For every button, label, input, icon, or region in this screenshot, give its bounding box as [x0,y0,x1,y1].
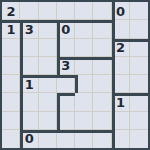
cell-r4c3-region-G[interactable] [57,75,75,93]
cell-r5c7-region-J[interactable] [130,93,148,111]
cell-r5c4-region-F[interactable] [75,93,93,111]
cell-r6c3-region-F[interactable] [57,112,75,130]
clue-number: 1 [116,95,125,110]
cell-r5c0-region-C[interactable] [2,93,20,111]
clue-number: 2 [7,4,16,19]
cell-r4c2-region-G[interactable] [39,75,57,93]
cell-r0c2-region-A[interactable] [39,2,57,20]
clue-number: 2 [116,40,125,55]
cell-r3c6-region-I[interactable] [112,57,130,75]
cell-r6c5-region-F[interactable] [93,112,111,130]
cell-r5c1-region-G[interactable] [20,93,38,111]
cell-r7c0-region-C[interactable] [2,130,20,148]
clue-number: 3 [25,22,34,37]
cell-r3c4-region-F[interactable] [75,57,93,75]
clue-number: 3 [61,58,70,73]
cell-r7c6-region-J[interactable] [112,130,130,148]
cell-r4c0-region-C[interactable] [2,75,20,93]
cell-r3c2-region-D[interactable] [39,57,57,75]
cell-r3c7-region-I[interactable] [130,57,148,75]
cell-r1c1-region-D[interactable]: 3 [20,20,38,38]
clue-number: 0 [116,4,125,19]
cell-r0c3-region-A[interactable] [57,2,75,20]
cell-r2c5-region-E[interactable] [93,39,111,57]
cell-r4c7-region-I[interactable] [130,75,148,93]
clue-number: 0 [61,22,70,37]
cell-r2c0-region-C[interactable] [2,39,20,57]
cell-r5c5-region-F[interactable] [93,93,111,111]
cell-r2c4-region-E[interactable] [75,39,93,57]
cell-r0c4-region-A[interactable] [75,2,93,20]
cell-r2c2-region-D[interactable] [39,39,57,57]
cell-r6c7-region-J[interactable] [130,112,148,130]
cell-r6c1-region-G[interactable] [20,112,38,130]
cell-r0c6-region-B[interactable]: 0 [112,2,130,20]
cell-r6c0-region-C[interactable] [2,112,20,130]
clue-number: 1 [25,77,34,92]
clue-number: 1 [7,22,16,37]
cell-r1c3-region-E[interactable]: 0 [57,20,75,38]
cell-r5c6-region-J[interactable]: 1 [112,93,130,111]
cell-r2c3-region-E[interactable] [57,39,75,57]
cell-r5c2-region-G[interactable] [39,93,57,111]
cell-r7c3-region-H[interactable] [57,130,75,148]
cell-r3c3-region-F[interactable]: 3 [57,57,75,75]
cell-r3c1-region-D[interactable] [20,57,38,75]
cell-r2c1-region-D[interactable] [20,39,38,57]
cell-r7c1-region-H[interactable]: 0 [20,130,38,148]
cell-r3c5-region-F[interactable] [93,57,111,75]
cell-r5c3-region-F[interactable] [57,93,75,111]
cell-r3c0-region-C[interactable] [2,57,20,75]
cell-r6c6-region-J[interactable] [112,112,130,130]
cell-r7c7-region-J[interactable] [130,130,148,148]
cell-r2c6-region-I[interactable]: 2 [112,39,130,57]
cell-r6c4-region-F[interactable] [75,112,93,130]
cell-r4c5-region-F[interactable] [93,75,111,93]
cell-r4c4-region-F[interactable] [75,75,93,93]
cell-r7c2-region-H[interactable] [39,130,57,148]
cell-r0c0-region-A[interactable]: 2 [2,2,20,20]
clue-number: 0 [25,131,34,146]
cell-r7c4-region-H[interactable] [75,130,93,148]
cell-r0c7-region-B[interactable] [130,2,148,20]
cell-r1c7-region-B[interactable] [130,20,148,38]
puzzle-board: 2013023110 [0,0,150,150]
cell-r1c4-region-E[interactable] [75,20,93,38]
cell-r6c2-region-G[interactable] [39,112,57,130]
cell-r7c5-region-H[interactable] [93,130,111,148]
cell-r1c0-region-C[interactable]: 1 [2,20,20,38]
cell-r0c5-region-A[interactable] [93,2,111,20]
cell-r2c7-region-I[interactable] [130,39,148,57]
cell-r4c1-region-G[interactable]: 1 [20,75,38,93]
cell-r1c6-region-B[interactable] [112,20,130,38]
cell-r1c5-region-E[interactable] [93,20,111,38]
cell-r0c1-region-A[interactable] [20,2,38,20]
cell-r4c6-region-I[interactable] [112,75,130,93]
cell-r1c2-region-D[interactable] [39,20,57,38]
